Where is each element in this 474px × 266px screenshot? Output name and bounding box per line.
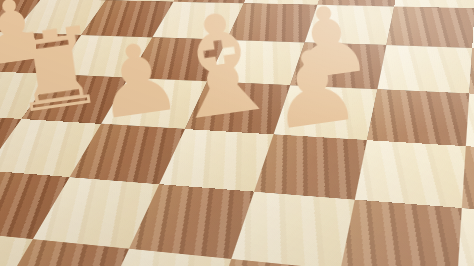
square-f5[interactable]: ♟ [273,85,377,140]
square-f4[interactable] [254,134,367,199]
chess-board: ♝♚♟♝♞♞♞♞♛♟♟♟♜♟♝♟ [0,0,474,266]
square-g4[interactable] [355,140,466,208]
light-pawn-f5[interactable]: ♟ [262,36,365,141]
chessboard-photo: ♝♚♟♝♞♞♞♞♛♟♟♟♜♟♝♟ [0,0,474,266]
square-g3[interactable] [340,200,461,266]
square-f3[interactable] [231,192,354,266]
square-g5[interactable] [367,89,469,146]
square-d3[interactable] [33,177,159,249]
board-frame: ♝♚♟♝♞♞♞♞♛♟♟♟♜♟♝♟ [0,0,474,266]
square-h6[interactable]: ♟ [469,48,474,98]
